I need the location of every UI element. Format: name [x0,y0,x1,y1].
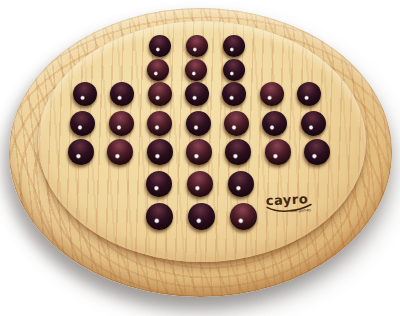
marble-r5c6[interactable] [265,139,291,165]
marble-r4c3[interactable] [147,111,172,136]
marble-r3c2[interactable] [110,82,134,106]
marble-r3c6[interactable] [260,82,284,106]
marble-r3c4[interactable] [185,82,209,106]
marble-r5c7[interactable] [304,139,330,165]
marble-r5c4[interactable] [186,139,212,165]
marble-r3c3[interactable] [148,82,172,106]
marble-r7c4[interactable] [188,203,215,230]
marble-r4c7[interactable] [301,111,326,136]
marble-r5c3[interactable] [147,139,173,165]
marble-r3c1[interactable] [73,82,97,106]
marble-r4c4[interactable] [186,111,211,136]
marble-r1c4[interactable] [186,35,208,57]
marble-r4c6[interactable] [262,111,287,136]
marble-r4c1[interactable] [70,111,95,136]
marble-r7c5[interactable] [230,203,257,230]
marble-r4c5[interactable] [224,111,249,136]
marble-r5c1[interactable] [68,139,94,165]
marble-r3c7[interactable] [297,82,321,106]
marble-r1c5[interactable] [223,35,245,57]
marble-r7c3[interactable] [146,203,173,230]
marble-r4c2[interactable] [109,111,134,136]
logo-subtext: the games [279,208,311,213]
board-photo: cayro the games [0,0,400,316]
cayro-logo: cayro the games [265,193,318,217]
marble-r1c3[interactable] [149,35,171,57]
